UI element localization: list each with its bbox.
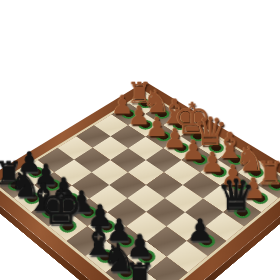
board-tilt-wrapper: ♜♞♝♚♛♝♞♜♟♟♟♟♟♟♟♟♛♟♟♟♟♟♟♟♟♜♞♝♚♝♞♜ <box>0 81 280 280</box>
square-f5 <box>91 160 127 185</box>
felt-base <box>95 217 119 235</box>
felt-base <box>135 118 156 131</box>
felt-base <box>152 129 173 143</box>
felt-base <box>77 204 100 221</box>
square-g5 <box>74 148 110 172</box>
felt-base <box>206 141 228 155</box>
felt-base <box>169 118 190 131</box>
felt-base <box>42 177 65 193</box>
felt-base <box>114 232 138 250</box>
photo-scene: ♜♞♝♚♛♝♞♜♟♟♟♟♟♟♟♟♛♟♟♟♟♟♟♟♟♜♞♝♚♝♞♜ <box>0 0 280 280</box>
felt-base <box>194 232 218 250</box>
felt-base <box>244 165 266 180</box>
felt-base <box>59 190 82 206</box>
felt-base <box>94 247 119 266</box>
felt-base <box>208 165 230 180</box>
felt-base <box>152 108 172 121</box>
felt-base <box>170 141 192 155</box>
felt-base <box>225 152 247 167</box>
felt-base <box>113 262 138 280</box>
square-e8: ♚ <box>48 212 87 241</box>
felt-base <box>248 190 271 206</box>
square-d6 <box>108 198 146 226</box>
felt-base <box>227 177 250 193</box>
square-e4 <box>128 160 164 185</box>
felt-base <box>231 204 254 221</box>
felt-base <box>134 247 159 266</box>
felt-base <box>25 165 47 180</box>
felt-base <box>187 129 208 143</box>
felt-base <box>189 152 211 167</box>
square-c2: ♟ <box>201 160 237 185</box>
